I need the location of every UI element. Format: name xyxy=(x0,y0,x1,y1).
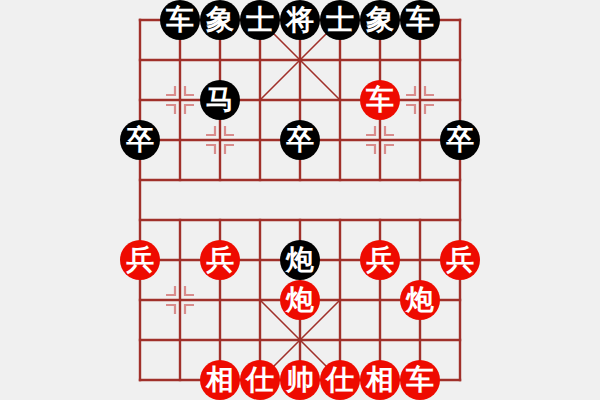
piece-black-soldier[interactable]: 卒 xyxy=(280,120,320,160)
piece-red-cannon[interactable]: 炮 xyxy=(400,280,440,320)
piece-red-general[interactable]: 帅 xyxy=(280,360,320,400)
piece-red-elephant[interactable]: 相 xyxy=(360,360,400,400)
piece-red-chariot[interactable]: 车 xyxy=(400,360,440,400)
piece-black-soldier[interactable]: 卒 xyxy=(440,120,480,160)
piece-red-chariot[interactable]: 车 xyxy=(360,80,400,120)
piece-black-cannon[interactable]: 炮 xyxy=(280,240,320,280)
piece-red-soldier[interactable]: 兵 xyxy=(120,240,160,280)
piece-black-horse[interactable]: 马 xyxy=(200,80,240,120)
xiangqi-board-screen: 车象士将士象车马车卒卒卒兵兵炮兵兵炮炮相仕帅仕相车 xyxy=(0,0,600,400)
piece-black-advisor[interactable]: 士 xyxy=(240,0,280,40)
piece-red-elephant[interactable]: 相 xyxy=(200,360,240,400)
piece-red-cannon[interactable]: 炮 xyxy=(280,280,320,320)
piece-red-advisor[interactable]: 仕 xyxy=(320,360,360,400)
piece-black-elephant[interactable]: 象 xyxy=(360,0,400,40)
piece-red-soldier[interactable]: 兵 xyxy=(360,240,400,280)
piece-black-advisor[interactable]: 士 xyxy=(320,0,360,40)
board-intersections-grid: 车象士将士象车马车卒卒卒兵兵炮兵兵炮炮相仕帅仕相车 xyxy=(120,0,480,400)
piece-red-advisor[interactable]: 仕 xyxy=(240,360,280,400)
piece-red-soldier[interactable]: 兵 xyxy=(440,240,480,280)
piece-black-general[interactable]: 将 xyxy=(280,0,320,40)
piece-black-chariot[interactable]: 车 xyxy=(400,0,440,40)
piece-black-chariot[interactable]: 车 xyxy=(160,0,200,40)
piece-black-soldier[interactable]: 卒 xyxy=(120,120,160,160)
piece-black-elephant[interactable]: 象 xyxy=(200,0,240,40)
piece-red-soldier[interactable]: 兵 xyxy=(200,240,240,280)
